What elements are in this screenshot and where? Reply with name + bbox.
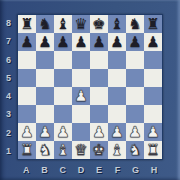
square-b8[interactable]: ♞ <box>36 15 54 33</box>
piece-black-knight[interactable]: ♞ <box>128 16 141 31</box>
piece-black-pawn[interactable]: ♟ <box>74 34 87 49</box>
piece-white-king[interactable]: ♚ <box>92 142 105 157</box>
square-d1[interactable]: ♛ <box>72 141 90 159</box>
piece-white-rook[interactable]: ♜ <box>20 142 33 157</box>
square-a2[interactable]: ♟ <box>18 123 36 141</box>
square-e1[interactable]: ♚ <box>90 141 108 159</box>
square-f8[interactable]: ♝ <box>108 15 126 33</box>
piece-white-knight[interactable]: ♞ <box>38 142 51 157</box>
square-g2[interactable]: ♟ <box>126 123 144 141</box>
rank-label-3: 3 <box>0 105 17 123</box>
square-e7[interactable]: ♟ <box>90 33 108 51</box>
piece-black-pawn[interactable]: ♟ <box>128 34 141 49</box>
square-e3[interactable] <box>90 105 108 123</box>
piece-white-bishop[interactable]: ♝ <box>56 142 69 157</box>
square-e6[interactable] <box>90 51 108 69</box>
square-b4[interactable] <box>36 87 54 105</box>
piece-white-pawn[interactable]: ♟ <box>110 124 123 139</box>
piece-black-pawn[interactable]: ♟ <box>56 34 69 49</box>
square-f6[interactable] <box>108 51 126 69</box>
square-a3[interactable] <box>18 105 36 123</box>
square-a8[interactable]: ♜ <box>18 15 36 33</box>
rank-label-8: 8 <box>0 14 17 32</box>
square-h2[interactable]: ♟ <box>144 123 162 141</box>
square-c4[interactable] <box>54 87 72 105</box>
file-label-h: H <box>145 161 163 178</box>
square-h8[interactable]: ♜ <box>144 15 162 33</box>
rank-label-1: 1 <box>0 142 17 160</box>
square-e4[interactable] <box>90 87 108 105</box>
square-g1[interactable]: ♞ <box>126 141 144 159</box>
piece-white-pawn[interactable]: ♟ <box>92 124 105 139</box>
square-d4[interactable]: ♟ <box>72 87 90 105</box>
piece-black-queen[interactable]: ♛ <box>74 16 87 31</box>
piece-black-pawn[interactable]: ♟ <box>38 34 51 49</box>
piece-black-pawn[interactable]: ♟ <box>146 34 159 49</box>
square-e5[interactable] <box>90 69 108 87</box>
square-g3[interactable] <box>126 105 144 123</box>
file-label-f: F <box>108 161 126 178</box>
square-a5[interactable] <box>18 69 36 87</box>
square-d5[interactable] <box>72 69 90 87</box>
piece-white-bishop[interactable]: ♝ <box>110 142 123 157</box>
file-label-a: A <box>17 161 35 178</box>
piece-white-pawn[interactable]: ♟ <box>56 124 69 139</box>
file-label-c: C <box>54 161 72 178</box>
square-g4[interactable] <box>126 87 144 105</box>
square-d2[interactable] <box>72 123 90 141</box>
file-label-e: E <box>90 161 108 178</box>
square-b6[interactable] <box>36 51 54 69</box>
rank-label-4: 4 <box>0 87 17 105</box>
square-f5[interactable] <box>108 69 126 87</box>
piece-black-bishop[interactable]: ♝ <box>110 16 123 31</box>
square-g8[interactable]: ♞ <box>126 15 144 33</box>
piece-white-pawn[interactable]: ♟ <box>74 88 87 103</box>
piece-white-queen[interactable]: ♛ <box>74 142 87 157</box>
piece-black-pawn[interactable]: ♟ <box>110 34 123 49</box>
board-panel: 87654321 ♜♞♝♛♚♝♞♜♟♟♟♟♟♟♟♟♟♟♟♟♟♟♟♟♜♞♝♛♚♝♞… <box>0 0 180 180</box>
square-a1[interactable]: ♜ <box>18 141 36 159</box>
piece-white-knight[interactable]: ♞ <box>128 142 141 157</box>
square-f4[interactable] <box>108 87 126 105</box>
square-c3[interactable] <box>54 105 72 123</box>
square-h7[interactable]: ♟ <box>144 33 162 51</box>
square-d6[interactable] <box>72 51 90 69</box>
square-h6[interactable] <box>144 51 162 69</box>
piece-white-pawn[interactable]: ♟ <box>38 124 51 139</box>
square-g7[interactable]: ♟ <box>126 33 144 51</box>
piece-black-rook[interactable]: ♜ <box>20 16 33 31</box>
square-f3[interactable] <box>108 105 126 123</box>
rank-label-7: 7 <box>0 32 17 50</box>
piece-white-pawn[interactable]: ♟ <box>128 124 141 139</box>
rank-label-2: 2 <box>0 124 17 142</box>
square-f2[interactable]: ♟ <box>108 123 126 141</box>
square-e2[interactable]: ♟ <box>90 123 108 141</box>
square-h4[interactable] <box>144 87 162 105</box>
piece-black-rook[interactable]: ♜ <box>146 16 159 31</box>
chess-board: ♜♞♝♛♚♝♞♜♟♟♟♟♟♟♟♟♟♟♟♟♟♟♟♟♜♞♝♛♚♝♞♜ <box>17 14 163 160</box>
square-a6[interactable] <box>18 51 36 69</box>
rank-label-6: 6 <box>0 51 17 69</box>
square-d7[interactable]: ♟ <box>72 33 90 51</box>
file-label-b: B <box>35 161 53 178</box>
file-labels: ABCDEFGH <box>17 161 163 178</box>
square-f1[interactable]: ♝ <box>108 141 126 159</box>
piece-black-pawn[interactable]: ♟ <box>20 34 33 49</box>
square-c5[interactable] <box>54 69 72 87</box>
square-g6[interactable] <box>126 51 144 69</box>
piece-black-pawn[interactable]: ♟ <box>92 34 105 49</box>
square-g5[interactable] <box>126 69 144 87</box>
square-h5[interactable] <box>144 69 162 87</box>
square-b2[interactable]: ♟ <box>36 123 54 141</box>
square-a4[interactable] <box>18 87 36 105</box>
square-b1[interactable]: ♞ <box>36 141 54 159</box>
square-b3[interactable] <box>36 105 54 123</box>
square-c6[interactable] <box>54 51 72 69</box>
piece-white-pawn[interactable]: ♟ <box>20 124 33 139</box>
square-e8[interactable]: ♚ <box>90 15 108 33</box>
square-c8[interactable]: ♝ <box>54 15 72 33</box>
square-h1[interactable]: ♜ <box>144 141 162 159</box>
square-a7[interactable]: ♟ <box>18 33 36 51</box>
square-b7[interactable]: ♟ <box>36 33 54 51</box>
square-d8[interactable]: ♛ <box>72 15 90 33</box>
square-d3[interactable] <box>72 105 90 123</box>
piece-black-knight[interactable]: ♞ <box>38 16 51 31</box>
file-label-d: D <box>72 161 90 178</box>
piece-white-pawn[interactable]: ♟ <box>146 124 159 139</box>
file-label-g: G <box>127 161 145 178</box>
piece-white-rook[interactable]: ♜ <box>146 142 159 157</box>
piece-black-bishop[interactable]: ♝ <box>56 16 69 31</box>
rank-label-5: 5 <box>0 69 17 87</box>
square-b5[interactable] <box>36 69 54 87</box>
square-c1[interactable]: ♝ <box>54 141 72 159</box>
rank-labels: 87654321 <box>0 14 17 160</box>
square-c7[interactable]: ♟ <box>54 33 72 51</box>
square-h3[interactable] <box>144 105 162 123</box>
square-f7[interactable]: ♟ <box>108 33 126 51</box>
square-c2[interactable]: ♟ <box>54 123 72 141</box>
piece-black-king[interactable]: ♚ <box>92 16 105 31</box>
